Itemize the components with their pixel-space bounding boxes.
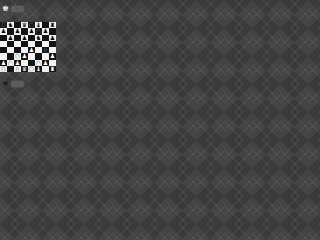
- black-pawn[interactable]: ♟: [1, 28, 6, 34]
- white-pawn[interactable]: ♟: [1, 60, 6, 66]
- black-king-icon: ♚: [2, 79, 9, 88]
- square-g1[interactable]: [42, 66, 49, 72]
- black-pawn[interactable]: ♟: [43, 28, 48, 34]
- white-knight[interactable]: ♞: [15, 53, 20, 59]
- bottom-player-status-badge: ···: [10, 80, 25, 88]
- square-e1[interactable]: ♚: [28, 66, 35, 72]
- square-f1[interactable]: ♝: [35, 66, 42, 72]
- white-king-icon: ♚: [2, 4, 9, 13]
- top-player-bar: ♚ ···: [2, 4, 25, 13]
- square-a1[interactable]: ♜: [0, 66, 7, 72]
- square-h1[interactable]: ♜: [49, 66, 56, 72]
- white-pawn[interactable]: ♟: [29, 47, 34, 53]
- white-bishop[interactable]: ♝: [15, 66, 20, 72]
- white-pawn[interactable]: ♟: [50, 53, 55, 59]
- white-pawn[interactable]: ♟: [22, 53, 27, 59]
- black-pawn[interactable]: ♟: [50, 35, 55, 41]
- chess-board[interactable]: ♜♞♛♚♝♜♟♟♟♟♟♟♟♞♟♟♝♞♟♟♟♟♟♟♟♜♝♛♚♝♜: [0, 22, 56, 72]
- black-knight[interactable]: ♞: [36, 35, 41, 41]
- black-rook[interactable]: ♜: [1, 22, 6, 28]
- white-pawn[interactable]: ♟: [43, 60, 48, 66]
- black-bishop[interactable]: ♝: [43, 47, 48, 53]
- square-d1[interactable]: ♛: [21, 66, 28, 72]
- black-bishop[interactable]: ♝: [36, 22, 41, 28]
- white-pawn[interactable]: ♟: [8, 60, 13, 66]
- white-rook[interactable]: ♜: [1, 66, 6, 72]
- white-king[interactable]: ♚: [29, 66, 34, 72]
- black-king[interactable]: ♚: [29, 22, 34, 28]
- white-pawn[interactable]: ♟: [36, 60, 41, 66]
- white-pawn[interactable]: ♟: [15, 60, 20, 66]
- black-pawn[interactable]: ♟: [36, 28, 41, 34]
- white-queen[interactable]: ♛: [22, 66, 27, 72]
- bottom-player-bar: ♚ ···: [2, 79, 25, 88]
- black-knight[interactable]: ♞: [8, 22, 13, 28]
- white-bishop[interactable]: ♝: [36, 66, 41, 72]
- black-pawn[interactable]: ♟: [29, 28, 34, 34]
- square-c1[interactable]: ♝: [14, 66, 21, 72]
- square-b1[interactable]: [7, 66, 14, 72]
- black-rook[interactable]: ♜: [50, 22, 55, 28]
- white-rook[interactable]: ♜: [50, 66, 55, 72]
- black-queen[interactable]: ♛: [22, 22, 27, 28]
- black-pawn[interactable]: ♟: [22, 35, 27, 41]
- top-player-status-badge: ···: [10, 5, 25, 13]
- black-pawn[interactable]: ♟: [15, 28, 20, 34]
- black-pawn[interactable]: ♟: [8, 35, 13, 41]
